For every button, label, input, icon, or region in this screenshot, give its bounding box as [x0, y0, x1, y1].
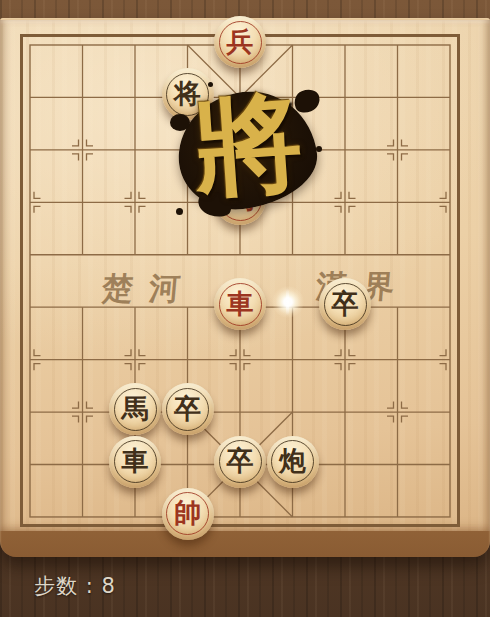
piece-glyph: 馬 — [122, 395, 149, 422]
piece-glyph: 卒 — [227, 447, 254, 474]
piece-black-soldier-d7[interactable]: 卒 — [162, 383, 214, 435]
step-counter-label: 步数 — [34, 574, 78, 598]
piece-glyph: 卒 — [332, 290, 359, 317]
piece-black-horse-c7[interactable]: 馬 — [109, 383, 161, 435]
step-counter: 步数 : 8 — [34, 572, 116, 600]
piece-red-general-d9[interactable]: 帥 — [162, 488, 214, 540]
piece-glyph: 車 — [227, 290, 254, 317]
piece-black-soldier-g5[interactable]: 卒 — [319, 278, 371, 330]
piece-glyph: 炮 — [279, 447, 306, 474]
piece-glyph: 車 — [122, 447, 149, 474]
piece-black-cannon-f8[interactable]: 炮 — [267, 436, 319, 488]
piece-red-soldier-e0[interactable]: 兵 — [214, 16, 266, 68]
piece-glyph: 卒 — [174, 395, 201, 422]
piece-red-horse-e3[interactable]: 馬 — [214, 173, 266, 225]
step-counter-value: 8 — [101, 574, 115, 598]
piece-black-chariot-c8[interactable]: 車 — [109, 436, 161, 488]
step-counter-separator: : — [78, 574, 101, 598]
piece-glyph: 馬 — [227, 185, 254, 212]
piece-glyph: 将 — [174, 80, 201, 107]
river-label-chu-he: 楚河 — [100, 268, 198, 310]
piece-glyph: 帥 — [174, 499, 201, 526]
piece-black-soldier-e8[interactable]: 卒 — [214, 436, 266, 488]
piece-black-general-d1[interactable]: 将 — [162, 68, 214, 120]
piece-glyph: 兵 — [227, 28, 254, 55]
piece-red-chariot-e5[interactable]: 車 — [214, 278, 266, 330]
